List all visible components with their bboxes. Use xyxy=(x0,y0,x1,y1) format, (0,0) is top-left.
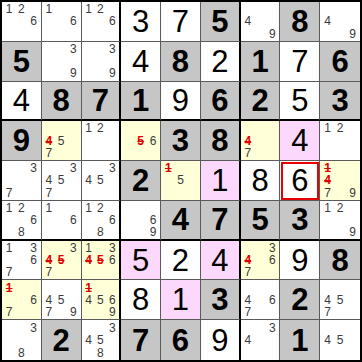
cell-r5c6[interactable]: 1 xyxy=(201,161,241,201)
cell-r5c8[interactable]: 6 xyxy=(280,161,320,201)
candidate-3: 3 xyxy=(28,321,40,334)
candidate-6: 6 xyxy=(106,254,118,266)
candidate-6: 6 xyxy=(266,254,278,266)
cell-r3c5[interactable]: 9 xyxy=(161,82,201,122)
candidate-8: 8 xyxy=(94,226,106,238)
cell-r7c3[interactable]: 13456 xyxy=(82,241,122,281)
candidate-7: 7 xyxy=(43,187,55,199)
given-digit: 5 xyxy=(211,6,228,37)
candidate-9: 9 xyxy=(67,306,79,318)
cell-r7c9[interactable]: 8 xyxy=(320,241,360,281)
cell-r6c2[interactable]: 16 xyxy=(42,201,82,241)
candidate-5: 5 xyxy=(55,174,67,186)
given-digit: 8 xyxy=(172,46,189,77)
cell-r3c2[interactable]: 8 xyxy=(42,82,82,122)
cell-r9c1[interactable]: 38 xyxy=(2,320,42,360)
candidate-6: 6 xyxy=(28,214,40,226)
pencil-marks: 4579 xyxy=(43,281,80,318)
candidate-1: 1 xyxy=(3,242,15,254)
cell-r4c4[interactable]: 56 xyxy=(121,121,161,161)
candidate-5: 5 xyxy=(94,294,106,306)
candidate-2: 2 xyxy=(94,3,106,15)
candidate-1: 1 xyxy=(43,202,55,214)
given-digit: 3 xyxy=(172,125,189,156)
cell-r6c3[interactable]: 1268 xyxy=(82,201,122,241)
candidate-4: 4 xyxy=(321,334,334,347)
cell-r5c9[interactable]: 1479 xyxy=(320,161,360,201)
candidate-1: 1 xyxy=(83,202,95,214)
candidate-7: 7 xyxy=(43,306,55,318)
selected-digit: 6 xyxy=(291,165,308,196)
given-digit: 1 xyxy=(132,85,149,116)
cell-r1c9[interactable]: 49 xyxy=(320,2,360,42)
cell-r6c6[interactable]: 7 xyxy=(201,201,241,241)
candidate-6: 6 xyxy=(106,15,118,27)
given-digit: 2 xyxy=(291,284,308,315)
candidate-7: 7 xyxy=(43,147,55,159)
solved-digit: 7 xyxy=(291,46,308,77)
given-digit: 8 xyxy=(331,245,348,276)
candidate-6: 6 xyxy=(266,294,278,306)
cell-r9c2[interactable]: 2 xyxy=(42,320,82,360)
pencil-marks: 3467 xyxy=(242,242,279,279)
solved-digit: 3 xyxy=(132,6,149,37)
pencil-marks: 3457 xyxy=(43,242,80,279)
candidate-3: 3 xyxy=(67,43,79,55)
candidate-3: 3 xyxy=(106,162,118,174)
cell-r1c1[interactable]: 126 xyxy=(2,2,42,42)
pencil-marks: 1268 xyxy=(83,202,119,238)
candidate-2: 2 xyxy=(94,202,106,214)
cell-r8c5[interactable]: 1 xyxy=(161,280,201,320)
solved-digit: 2 xyxy=(172,245,189,276)
pencil-marks: 49 xyxy=(242,3,279,40)
pencil-marks: 69 xyxy=(122,202,159,238)
given-digit: 3 xyxy=(211,284,228,315)
candidate-3: 3 xyxy=(67,162,79,174)
recent-digit: 1 xyxy=(172,284,189,315)
cell-r1c7[interactable]: 49 xyxy=(241,2,281,42)
candidate-3: 3 xyxy=(67,242,79,254)
candidate-5: 5 xyxy=(174,174,186,186)
given-digit: 6 xyxy=(172,325,189,356)
candidate-4-eliminated: 4 xyxy=(321,174,334,186)
cell-r1c5[interactable]: 7 xyxy=(161,2,201,42)
pencil-marks: 1367 xyxy=(3,242,40,279)
solved-digit: 2 xyxy=(211,46,228,77)
cell-r6c1[interactable]: 1268 xyxy=(2,201,42,241)
cell-r7c2[interactable]: 3457 xyxy=(42,241,82,281)
cell-r1c3[interactable]: 126 xyxy=(82,2,122,42)
cell-r1c2[interactable]: 16 xyxy=(42,2,82,42)
candidate-6: 6 xyxy=(147,214,159,226)
candidate-5-eliminated: 5 xyxy=(55,254,67,266)
candidate-4-eliminated: 4 xyxy=(242,135,254,147)
cell-r2c2[interactable]: 39 xyxy=(42,42,82,82)
cell-r7c4[interactable]: 5 xyxy=(121,241,161,281)
given-digit: 2 xyxy=(251,85,268,116)
given-digit: 2 xyxy=(132,165,149,196)
pencil-marks: 167 xyxy=(3,281,40,318)
pencil-marks: 457 xyxy=(43,122,80,159)
candidate-5-eliminated: 5 xyxy=(135,135,147,147)
candidate-1: 1 xyxy=(321,122,334,134)
pencil-marks: 49 xyxy=(321,3,359,40)
candidate-1-eliminated: 1 xyxy=(3,281,15,293)
candidate-9: 9 xyxy=(266,28,278,40)
candidate-4: 4 xyxy=(43,174,55,186)
cell-r2c6[interactable]: 2 xyxy=(201,42,241,82)
pencil-marks: 47 xyxy=(242,122,279,159)
candidate-1-eliminated: 1 xyxy=(83,281,95,293)
cell-r4c1[interactable]: 9 xyxy=(2,121,42,161)
given-digit: 8 xyxy=(211,125,228,156)
candidate-6: 6 xyxy=(28,254,40,266)
candidate-1: 1 xyxy=(43,3,55,15)
cell-r2c3[interactable]: 39 xyxy=(82,42,122,82)
cell-r9c8[interactable]: 1 xyxy=(280,320,320,360)
candidate-9: 9 xyxy=(346,187,359,199)
candidate-4: 4 xyxy=(83,334,95,347)
pencil-marks: 56 xyxy=(122,122,159,159)
pencil-marks: 1479 xyxy=(321,162,359,199)
pencil-marks: 14569 xyxy=(83,281,119,318)
candidate-6: 6 xyxy=(28,15,40,27)
candidate-3: 3 xyxy=(106,321,118,334)
cell-r8c9[interactable]: 457 xyxy=(320,280,360,320)
candidate-6: 6 xyxy=(106,214,118,226)
candidate-9: 9 xyxy=(147,226,159,238)
cell-r5c2[interactable]: 3457 xyxy=(42,161,82,201)
candidate-1-eliminated: 1 xyxy=(162,162,174,174)
sudoku-board: 1261612637549849539394821764871962539457… xyxy=(0,0,362,362)
recent-digit: 5 xyxy=(132,245,149,276)
candidate-6: 6 xyxy=(147,135,159,147)
cell-r3c6[interactable]: 6 xyxy=(201,82,241,122)
candidate-7: 7 xyxy=(3,306,15,318)
cell-r6c4[interactable]: 69 xyxy=(121,201,161,241)
candidate-1: 1 xyxy=(83,122,95,134)
candidate-7: 7 xyxy=(242,306,254,318)
cell-r7c8[interactable]: 9 xyxy=(280,241,320,281)
given-digit: 5 xyxy=(13,46,30,77)
candidate-1: 1 xyxy=(3,202,15,214)
pencil-marks: 34 xyxy=(242,321,279,359)
candidate-7: 7 xyxy=(3,187,15,199)
given-digit: 7 xyxy=(211,204,228,235)
candidate-9: 9 xyxy=(67,67,79,79)
pencil-marks: 126 xyxy=(3,3,40,40)
candidate-1: 1 xyxy=(3,3,15,15)
pencil-marks: 12 xyxy=(83,122,119,159)
given-digit: 3 xyxy=(331,85,348,116)
given-digit: 8 xyxy=(53,85,70,116)
pencil-marks: 126 xyxy=(83,3,119,40)
cell-r4c7[interactable]: 47 xyxy=(241,121,281,161)
cell-r3c1[interactable]: 4 xyxy=(2,82,42,122)
cell-r2c7[interactable]: 1 xyxy=(241,42,281,82)
cell-r7c5[interactable]: 2 xyxy=(161,241,201,281)
candidate-6: 6 xyxy=(67,214,79,226)
cell-r6c8[interactable]: 3 xyxy=(280,201,320,241)
solved-digit: 5 xyxy=(291,85,308,116)
candidate-3: 3 xyxy=(106,43,118,55)
candidate-5-eliminated: 5 xyxy=(94,254,106,266)
cell-r7c7[interactable]: 3467 xyxy=(241,241,281,281)
candidate-7: 7 xyxy=(43,266,55,278)
given-digit: 1 xyxy=(291,325,308,356)
cell-r5c5[interactable]: 15 xyxy=(161,161,201,201)
cell-r2c8[interactable]: 7 xyxy=(280,42,320,82)
candidate-5: 5 xyxy=(94,174,106,186)
given-digit: 9 xyxy=(13,125,30,156)
candidate-9: 9 xyxy=(346,28,359,40)
cell-r1c6[interactable]: 5 xyxy=(201,2,241,42)
candidate-5: 5 xyxy=(334,294,347,306)
cell-r9c5[interactable]: 6 xyxy=(161,320,201,360)
cell-r8c7[interactable]: 467 xyxy=(241,280,281,320)
cell-r5c7[interactable]: 8 xyxy=(241,161,281,201)
cell-r3c7[interactable]: 2 xyxy=(241,82,281,122)
pencil-marks: 37 xyxy=(3,162,40,199)
cell-r9c9[interactable]: 45 xyxy=(320,320,360,360)
cell-r1c4[interactable]: 3 xyxy=(121,2,161,42)
cell-r4c8[interactable]: 4 xyxy=(280,121,320,161)
candidate-1: 1 xyxy=(321,202,334,214)
candidate-4: 4 xyxy=(242,334,254,347)
candidate-4-eliminated: 4 xyxy=(43,135,55,147)
given-digit: 6 xyxy=(331,46,348,77)
cell-r3c8[interactable]: 5 xyxy=(280,82,320,122)
pencil-marks: 39 xyxy=(83,43,119,80)
cell-r2c4[interactable]: 4 xyxy=(121,42,161,82)
solved-digit: 9 xyxy=(291,245,308,276)
recent-digit: 4 xyxy=(291,125,308,156)
given-digit: 1 xyxy=(251,46,268,77)
candidate-7: 7 xyxy=(242,147,254,159)
candidate-5: 5 xyxy=(55,294,67,306)
pencil-marks: 16 xyxy=(43,3,80,40)
candidate-4-eliminated: 4 xyxy=(83,254,95,266)
cell-r6c7[interactable]: 5 xyxy=(241,201,281,241)
candidate-8: 8 xyxy=(15,346,27,359)
pencil-marks: 13456 xyxy=(83,242,119,279)
pencil-marks: 15 xyxy=(162,162,199,199)
cell-r3c4[interactable]: 1 xyxy=(121,82,161,122)
solved-digit: 7 xyxy=(172,6,189,37)
cell-r2c9[interactable]: 6 xyxy=(320,42,360,82)
candidate-4: 4 xyxy=(83,174,95,186)
candidate-8: 8 xyxy=(15,226,27,238)
pencil-marks: 45 xyxy=(321,321,359,359)
cell-r8c4[interactable]: 8 xyxy=(121,280,161,320)
cell-r5c1[interactable]: 37 xyxy=(2,161,42,201)
candidate-6: 6 xyxy=(28,294,40,306)
candidate-1: 1 xyxy=(83,3,95,15)
solved-digit: 4 xyxy=(132,46,149,77)
cell-r4c3[interactable]: 12 xyxy=(82,121,122,161)
candidate-7: 7 xyxy=(321,306,334,318)
candidate-9: 9 xyxy=(346,226,359,238)
given-digit: 7 xyxy=(132,325,149,356)
pencil-marks: 39 xyxy=(43,43,80,80)
candidate-9: 9 xyxy=(106,306,118,318)
candidate-2: 2 xyxy=(334,122,347,134)
cell-r8c8[interactable]: 2 xyxy=(280,280,320,320)
pencil-marks: 457 xyxy=(321,281,359,318)
candidate-6: 6 xyxy=(67,15,79,27)
cell-r8c1[interactable]: 167 xyxy=(2,280,42,320)
candidate-8: 8 xyxy=(94,346,106,359)
cell-r2c5[interactable]: 8 xyxy=(161,42,201,82)
cell-r4c6[interactable]: 8 xyxy=(201,121,241,161)
cell-r7c1[interactable]: 1367 xyxy=(2,241,42,281)
pencil-marks: 467 xyxy=(242,281,279,318)
given-digit: 8 xyxy=(291,6,308,37)
pencil-marks: 38 xyxy=(3,321,40,359)
given-digit: 2 xyxy=(53,325,70,356)
candidate-7: 7 xyxy=(321,187,334,199)
candidate-5: 5 xyxy=(94,334,106,347)
given-digit: 6 xyxy=(211,85,228,116)
pencil-marks: 16 xyxy=(43,202,80,238)
given-digit: 7 xyxy=(92,85,109,116)
given-digit: 4 xyxy=(172,204,189,235)
cell-r8c2[interactable]: 4579 xyxy=(42,280,82,320)
cell-r5c3[interactable]: 345 xyxy=(82,161,122,201)
solved-digit: 8 xyxy=(251,165,268,196)
candidate-2: 2 xyxy=(15,202,27,214)
pencil-marks: 3457 xyxy=(43,162,80,199)
recent-digit: 1 xyxy=(211,165,228,196)
candidate-2: 2 xyxy=(334,202,347,214)
cell-r2c1[interactable]: 5 xyxy=(2,42,42,82)
cell-r4c2[interactable]: 457 xyxy=(42,121,82,161)
pencil-marks: 12 xyxy=(321,122,359,159)
cell-r4c5[interactable]: 3 xyxy=(161,121,201,161)
pencil-marks: 345 xyxy=(83,162,119,199)
cell-r5c4[interactable]: 2 xyxy=(121,161,161,201)
candidate-4: 4 xyxy=(321,15,334,27)
cell-r6c9[interactable]: 129 xyxy=(320,201,360,241)
cell-r1c8[interactable]: 8 xyxy=(280,2,320,42)
solved-digit: 8 xyxy=(132,284,149,315)
candidate-7: 7 xyxy=(3,266,15,278)
cell-r8c3[interactable]: 14569 xyxy=(82,280,122,320)
given-digit: 3 xyxy=(291,204,308,235)
candidate-4: 4 xyxy=(242,15,254,27)
given-digit: 5 xyxy=(251,204,268,235)
candidate-5: 5 xyxy=(334,334,347,347)
cell-r3c3[interactable]: 7 xyxy=(82,82,122,122)
recent-digit: 4 xyxy=(211,245,228,276)
pencil-marks: 3458 xyxy=(83,321,119,359)
cell-r6c5[interactable]: 4 xyxy=(161,201,201,241)
cell-r7c6[interactable]: 4 xyxy=(201,241,241,281)
solved-digit: 9 xyxy=(211,325,228,356)
pencil-marks: 1268 xyxy=(3,202,40,238)
candidate-2: 2 xyxy=(94,122,106,134)
cell-r8c6[interactable]: 3 xyxy=(201,280,241,320)
candidate-3: 3 xyxy=(28,162,40,174)
solved-digit: 4 xyxy=(13,85,30,116)
cell-r4c9[interactable]: 12 xyxy=(320,121,360,161)
candidate-7: 7 xyxy=(242,266,254,278)
candidate-5: 5 xyxy=(55,135,67,147)
cell-r9c7[interactable]: 34 xyxy=(241,320,281,360)
solved-digit: 9 xyxy=(172,85,189,116)
candidate-4: 4 xyxy=(83,294,95,306)
cell-r9c3[interactable]: 3458 xyxy=(82,320,122,360)
candidate-2: 2 xyxy=(15,3,27,15)
cell-r3c9[interactable]: 3 xyxy=(320,82,360,122)
candidate-3: 3 xyxy=(266,321,278,334)
pencil-marks: 129 xyxy=(321,202,359,238)
cell-r9c6[interactable]: 9 xyxy=(201,320,241,360)
candidate-9: 9 xyxy=(106,67,118,79)
cell-r9c4[interactable]: 7 xyxy=(121,320,161,360)
